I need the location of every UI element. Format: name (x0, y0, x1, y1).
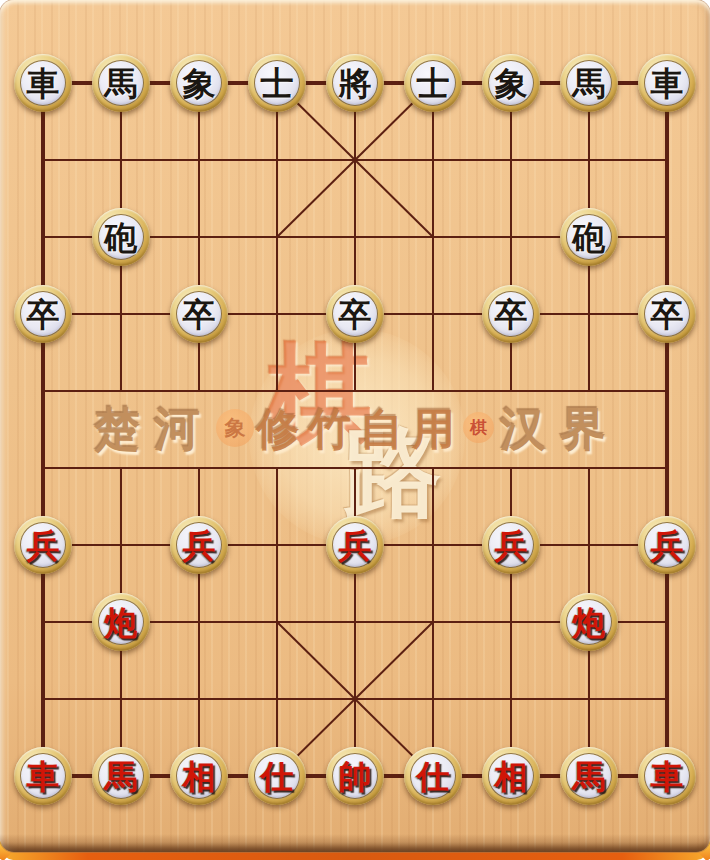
piece-red-soldier[interactable]: 兵 (482, 516, 540, 574)
piece-black-elephant[interactable]: 象 (482, 54, 540, 112)
piece-glyph-advisor: 仕 (261, 760, 294, 793)
piece-face: 兵 (644, 522, 690, 568)
xiangqi-app: 棋 路 楚河 汉界 修竹自用 象 棋 車馬象士將士象馬車砲砲卒卒卒卒卒兵兵兵兵兵… (0, 0, 710, 860)
piece-face: 相 (176, 753, 222, 799)
piece-red-horse[interactable]: 馬 (560, 747, 618, 805)
piece-glyph-chariot: 車 (27, 67, 60, 100)
piece-face: 卒 (644, 291, 690, 337)
piece-face: 馬 (566, 60, 612, 106)
xiangqi-board[interactable]: 棋 路 楚河 汉界 修竹自用 象 棋 車馬象士將士象馬車砲砲卒卒卒卒卒兵兵兵兵兵… (0, 0, 710, 852)
piece-face: 士 (254, 60, 300, 106)
seal-stamp-left: 象 (216, 409, 254, 447)
piece-black-horse[interactable]: 馬 (92, 54, 150, 112)
piece-red-soldier[interactable]: 兵 (638, 516, 696, 574)
piece-red-soldier[interactable]: 兵 (326, 516, 384, 574)
piece-face: 車 (20, 60, 66, 106)
piece-black-chariot[interactable]: 車 (638, 54, 696, 112)
piece-glyph-cannon: 炮 (573, 606, 606, 639)
piece-face: 相 (488, 753, 534, 799)
river-label-hanjie: 汉界 (500, 406, 620, 452)
piece-glyph-advisor: 士 (417, 67, 450, 100)
piece-face: 仕 (410, 753, 456, 799)
piece-black-soldier[interactable]: 卒 (326, 285, 384, 343)
piece-face: 炮 (566, 599, 612, 645)
piece-face: 士 (410, 60, 456, 106)
piece-red-chariot[interactable]: 車 (638, 747, 696, 805)
piece-glyph-advisor: 士 (261, 67, 294, 100)
piece-glyph-soldier: 兵 (495, 529, 528, 562)
piece-black-soldier[interactable]: 卒 (638, 285, 696, 343)
piece-glyph-soldier: 兵 (183, 529, 216, 562)
piece-red-chariot[interactable]: 車 (14, 747, 72, 805)
piece-face: 兵 (488, 522, 534, 568)
piece-glyph-soldier: 卒 (651, 298, 684, 331)
piece-red-soldier[interactable]: 兵 (170, 516, 228, 574)
piece-glyph-general: 帥 (339, 760, 372, 793)
river-app-watermark: 修竹自用 (256, 408, 464, 451)
piece-face: 卒 (20, 291, 66, 337)
piece-glyph-chariot: 車 (27, 760, 60, 793)
piece-glyph-cannon: 砲 (573, 221, 606, 254)
piece-black-elephant[interactable]: 象 (170, 54, 228, 112)
piece-glyph-elephant: 相 (183, 760, 216, 793)
piece-black-cannon[interactable]: 砲 (560, 208, 618, 266)
piece-red-general[interactable]: 帥 (326, 747, 384, 805)
piece-face: 砲 (566, 214, 612, 260)
piece-face: 馬 (98, 60, 144, 106)
piece-face: 象 (488, 60, 534, 106)
piece-face: 車 (644, 753, 690, 799)
piece-black-soldier[interactable]: 卒 (14, 285, 72, 343)
piece-red-elephant[interactable]: 相 (482, 747, 540, 805)
piece-face: 馬 (566, 753, 612, 799)
piece-glyph-cannon: 炮 (105, 606, 138, 639)
piece-face: 卒 (176, 291, 222, 337)
piece-red-soldier[interactable]: 兵 (14, 516, 72, 574)
seal-stamp-right: 棋 (463, 412, 494, 443)
piece-glyph-cannon: 砲 (105, 221, 138, 254)
piece-glyph-chariot: 車 (651, 67, 684, 100)
piece-black-horse[interactable]: 馬 (560, 54, 618, 112)
piece-face: 兵 (332, 522, 378, 568)
piece-glyph-horse: 馬 (573, 67, 606, 100)
piece-glyph-horse: 馬 (573, 760, 606, 793)
piece-black-general[interactable]: 將 (326, 54, 384, 112)
piece-black-soldier[interactable]: 卒 (170, 285, 228, 343)
piece-red-elephant[interactable]: 相 (170, 747, 228, 805)
piece-glyph-soldier: 卒 (495, 298, 528, 331)
piece-face: 車 (644, 60, 690, 106)
piece-red-advisor[interactable]: 仕 (404, 747, 462, 805)
piece-red-advisor[interactable]: 仕 (248, 747, 306, 805)
piece-glyph-soldier: 兵 (339, 529, 372, 562)
piece-glyph-soldier: 兵 (27, 529, 60, 562)
piece-black-chariot[interactable]: 車 (14, 54, 72, 112)
piece-face: 卒 (332, 291, 378, 337)
piece-glyph-chariot: 車 (651, 760, 684, 793)
piece-red-cannon[interactable]: 炮 (92, 593, 150, 651)
piece-black-cannon[interactable]: 砲 (92, 208, 150, 266)
piece-black-advisor[interactable]: 士 (404, 54, 462, 112)
piece-face: 帥 (332, 753, 378, 799)
piece-face: 兵 (20, 522, 66, 568)
piece-black-soldier[interactable]: 卒 (482, 285, 540, 343)
piece-glyph-elephant: 象 (495, 67, 528, 100)
piece-black-advisor[interactable]: 士 (248, 54, 306, 112)
piece-face: 兵 (176, 522, 222, 568)
piece-face: 仕 (254, 753, 300, 799)
piece-glyph-soldier: 卒 (27, 298, 60, 331)
piece-glyph-elephant: 象 (183, 67, 216, 100)
piece-red-cannon[interactable]: 炮 (560, 593, 618, 651)
piece-face: 炮 (98, 599, 144, 645)
piece-face: 馬 (98, 753, 144, 799)
river-label-chuhe: 楚河 (94, 406, 214, 452)
piece-glyph-horse: 馬 (105, 67, 138, 100)
piece-face: 砲 (98, 214, 144, 260)
piece-face: 象 (176, 60, 222, 106)
piece-glyph-soldier: 兵 (651, 529, 684, 562)
piece-face: 將 (332, 60, 378, 106)
piece-face: 卒 (488, 291, 534, 337)
piece-glyph-elephant: 相 (495, 760, 528, 793)
piece-glyph-soldier: 卒 (339, 298, 372, 331)
piece-glyph-horse: 馬 (105, 760, 138, 793)
piece-face: 車 (20, 753, 66, 799)
piece-glyph-advisor: 仕 (417, 760, 450, 793)
piece-red-horse[interactable]: 馬 (92, 747, 150, 805)
piece-glyph-soldier: 卒 (183, 298, 216, 331)
piece-glyph-general: 將 (339, 67, 372, 100)
